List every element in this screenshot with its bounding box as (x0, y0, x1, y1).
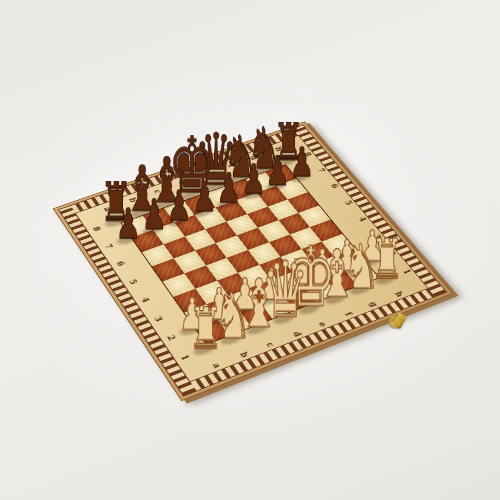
pieces-layer: ♜♞♟♞♟♛♟♚♟♝♟♝♟♟♜♟♟♜♟♟♞♟♝♟♚♟♛♟♝♟♞♜ (53, 121, 454, 401)
chess-board: aa11bb22cc33dd44ee55ff66gg77hh88 ♜♞♟♞♟♛♟… (53, 121, 454, 401)
white-rook-icon: ♜ (163, 305, 249, 351)
scene: aa11bb22cc33dd44ee55ff66gg77hh88 ♜♞♟♞♟♛♟… (0, 0, 500, 500)
